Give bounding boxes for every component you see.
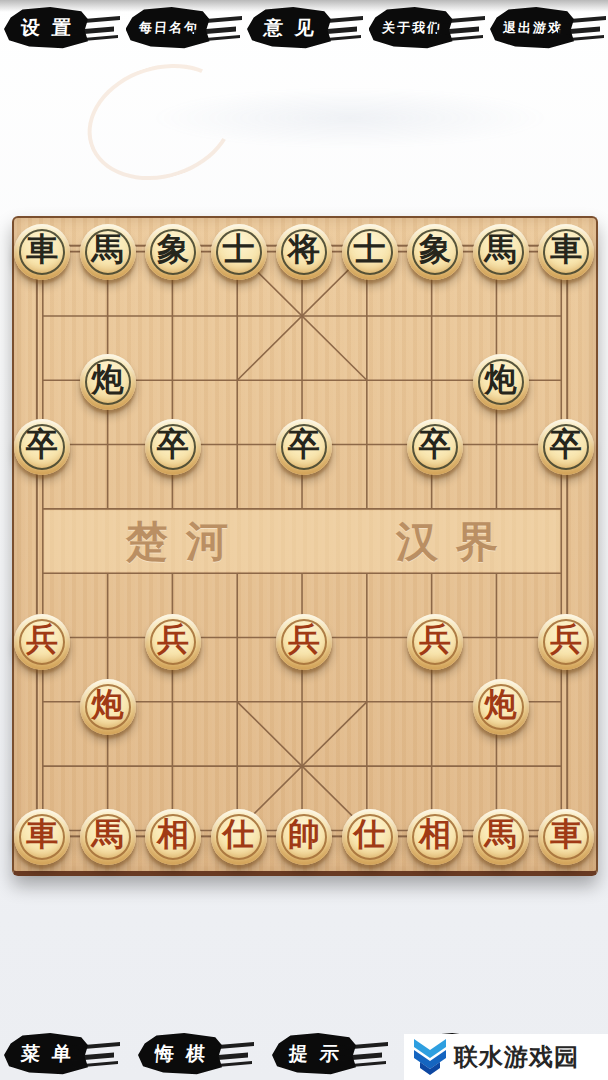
board-pieces-layer: 車馬象士将士象馬車炮炮卒卒卒卒卒兵兵兵兵兵炮炮車馬相仕帥仕相馬車 [14, 218, 596, 871]
piece-glyph: 帥 [276, 809, 332, 865]
piece-glyph: 炮 [473, 679, 529, 735]
top-menu-item-1[interactable]: 设置 [2, 4, 120, 54]
piece-black-r0c6[interactable]: 象 [407, 224, 463, 280]
piece-black-r0c0[interactable]: 車 [14, 224, 70, 280]
piece-glyph: 車 [14, 809, 70, 865]
piece-red-r7c7[interactable]: 炮 [473, 679, 529, 735]
piece-black-r0c3[interactable]: 士 [211, 224, 267, 280]
piece-glyph: 馬 [473, 224, 529, 280]
publisher-logo: 联水游戏园 [404, 1034, 608, 1080]
piece-black-r2c7[interactable]: 炮 [473, 354, 529, 410]
piece-glyph: 卒 [14, 419, 70, 475]
piece-glyph: 士 [211, 224, 267, 280]
piece-glyph: 仕 [211, 809, 267, 865]
piece-black-r3c8[interactable]: 卒 [538, 419, 594, 475]
piece-black-r0c8[interactable]: 車 [538, 224, 594, 280]
piece-red-r9c6[interactable]: 相 [407, 809, 463, 865]
publisher-logo-text: 联水游戏园 [454, 1041, 579, 1073]
piece-red-r9c4[interactable]: 帥 [276, 809, 332, 865]
piece-glyph: 士 [342, 224, 398, 280]
piece-glyph: 車 [538, 224, 594, 280]
publisher-logo-m-icon [412, 1037, 448, 1077]
piece-red-r7c1[interactable]: 炮 [80, 679, 136, 735]
bottom-menu-item-1[interactable]: 菜单 [2, 1030, 120, 1080]
piece-glyph: 兵 [276, 614, 332, 670]
piece-glyph: 卒 [407, 419, 463, 475]
top-menu-bar: 设置每日名句意见关于我们退出游戏 [2, 4, 606, 54]
piece-glyph: 象 [407, 224, 463, 280]
piece-red-r9c7[interactable]: 馬 [473, 809, 529, 865]
piece-glyph: 炮 [80, 354, 136, 410]
piece-glyph: 仕 [342, 809, 398, 865]
piece-black-r0c1[interactable]: 馬 [80, 224, 136, 280]
piece-glyph: 卒 [538, 419, 594, 475]
piece-glyph: 兵 [538, 614, 594, 670]
piece-glyph: 兵 [14, 614, 70, 670]
piece-glyph: 将 [276, 224, 332, 280]
xiangqi-board: 楚河 汉界 車馬象士将士象馬車炮炮卒卒卒卒卒兵兵兵兵兵炮炮車馬相仕帥仕相馬車 [12, 216, 598, 876]
piece-red-r6c4[interactable]: 兵 [276, 614, 332, 670]
background-watermark-smudge [150, 88, 550, 148]
top-menu-item-2[interactable]: 每日名句 [124, 4, 242, 54]
top-menu-item-3[interactable]: 意见 [245, 4, 363, 54]
piece-glyph: 車 [14, 224, 70, 280]
piece-black-r3c6[interactable]: 卒 [407, 419, 463, 475]
top-menu-item-label-2: 每日名句 [125, 19, 210, 37]
piece-glyph: 相 [407, 809, 463, 865]
top-menu-item-5[interactable]: 退出游戏 [488, 4, 606, 54]
bottom-menu-item-2[interactable]: 悔棋 [136, 1030, 254, 1080]
top-menu-item-label-5: 退出游戏 [489, 19, 574, 37]
piece-black-r2c1[interactable]: 炮 [80, 354, 136, 410]
top-menu-item-4[interactable]: 关于我们 [367, 4, 485, 54]
piece-black-r3c2[interactable]: 卒 [145, 419, 201, 475]
piece-glyph: 兵 [145, 614, 201, 670]
piece-red-r9c8[interactable]: 車 [538, 809, 594, 865]
piece-red-r9c1[interactable]: 馬 [80, 809, 136, 865]
piece-black-r0c5[interactable]: 士 [342, 224, 398, 280]
top-menu-item-label-3: 意见 [246, 15, 332, 41]
piece-glyph: 卒 [145, 419, 201, 475]
piece-glyph: 馬 [80, 809, 136, 865]
piece-glyph: 相 [145, 809, 201, 865]
piece-red-r6c2[interactable]: 兵 [145, 614, 201, 670]
top-menu-item-label-1: 设置 [3, 15, 89, 41]
piece-red-r9c0[interactable]: 車 [14, 809, 70, 865]
bottom-menu-item-label-1: 菜单 [3, 1041, 89, 1067]
piece-glyph: 炮 [80, 679, 136, 735]
bottom-menu-item-3[interactable]: 提示 [270, 1030, 388, 1080]
piece-glyph: 卒 [276, 419, 332, 475]
piece-red-r6c8[interactable]: 兵 [538, 614, 594, 670]
piece-glyph: 馬 [473, 809, 529, 865]
piece-red-r6c6[interactable]: 兵 [407, 614, 463, 670]
piece-black-r3c0[interactable]: 卒 [14, 419, 70, 475]
piece-black-r0c4[interactable]: 将 [276, 224, 332, 280]
piece-glyph: 象 [145, 224, 201, 280]
game-screen: 设置每日名句意见关于我们退出游戏 楚河 汉界 車馬象士将士象馬車炮炮卒卒卒卒卒兵… [0, 0, 608, 1080]
bottom-menu-item-label-2: 悔棋 [137, 1041, 223, 1067]
piece-red-r9c3[interactable]: 仕 [211, 809, 267, 865]
bottom-menu-item-label-3: 提示 [271, 1041, 357, 1067]
piece-glyph: 兵 [407, 614, 463, 670]
piece-black-r0c7[interactable]: 馬 [473, 224, 529, 280]
piece-black-r0c2[interactable]: 象 [145, 224, 201, 280]
piece-red-r6c0[interactable]: 兵 [14, 614, 70, 670]
piece-red-r9c5[interactable]: 仕 [342, 809, 398, 865]
piece-glyph: 炮 [473, 354, 529, 410]
piece-black-r3c4[interactable]: 卒 [276, 419, 332, 475]
top-menu-item-label-4: 关于我们 [368, 19, 453, 37]
piece-red-r9c2[interactable]: 相 [145, 809, 201, 865]
piece-glyph: 馬 [80, 224, 136, 280]
piece-glyph: 車 [538, 809, 594, 865]
